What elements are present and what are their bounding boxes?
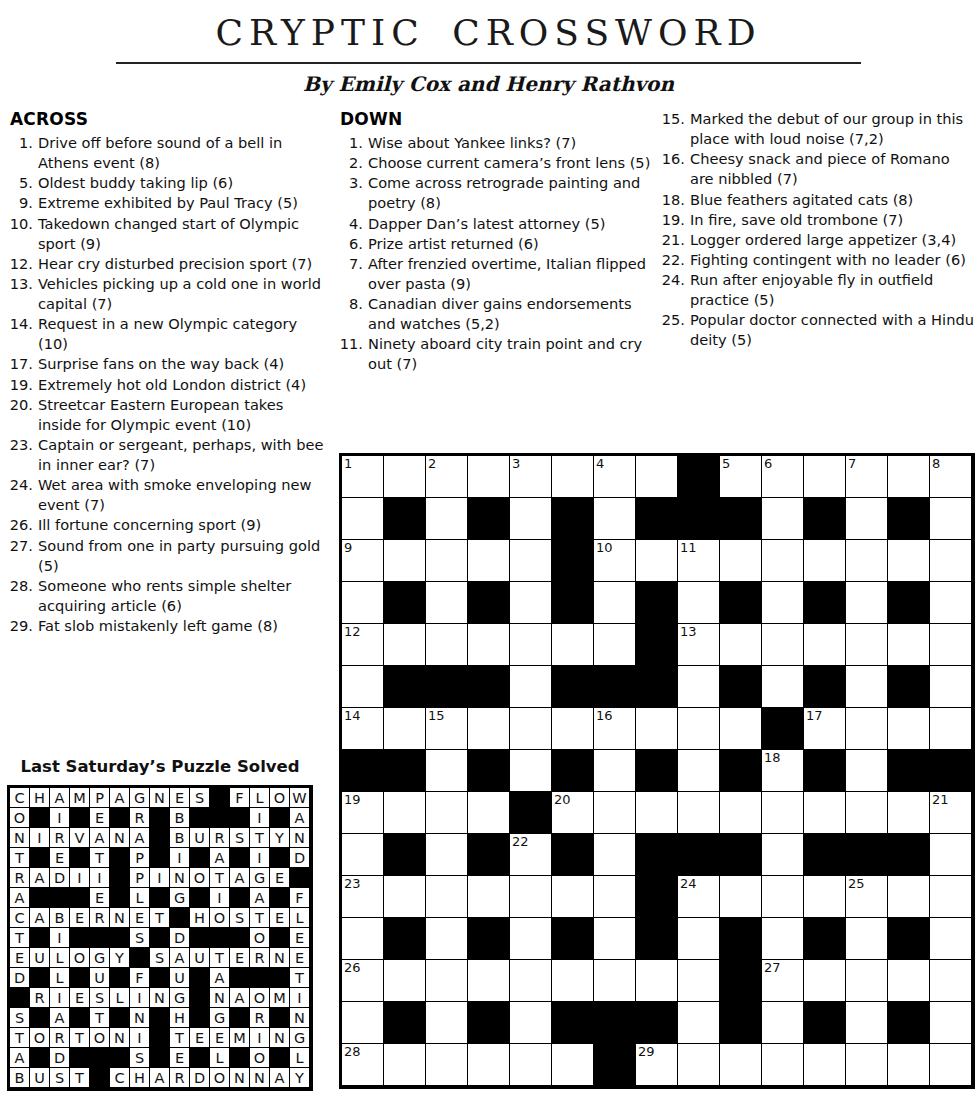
clue-item: 10.Takedown changed start of Olympic spo… <box>8 214 326 254</box>
cell-number: 28 <box>344 1044 361 1059</box>
grid-cell[interactable] <box>720 540 762 582</box>
grid-cell[interactable] <box>384 1044 426 1086</box>
grid-cell: E <box>90 808 110 828</box>
grid-cell[interactable] <box>888 456 930 498</box>
grid-cell[interactable] <box>384 624 426 666</box>
black-cell <box>468 582 510 624</box>
grid-cell[interactable] <box>426 876 468 918</box>
grid-cell: I <box>130 988 150 1008</box>
grid-cell[interactable] <box>762 666 804 708</box>
grid-cell: F <box>130 968 150 988</box>
black-cell <box>636 876 678 918</box>
grid-cell[interactable] <box>804 456 846 498</box>
grid-cell[interactable]: 29 <box>636 1044 678 1086</box>
solution-letter: P <box>95 788 104 808</box>
grid-cell[interactable] <box>804 792 846 834</box>
grid-cell: T <box>90 1008 110 1028</box>
grid-cell[interactable] <box>426 792 468 834</box>
grid-cell[interactable] <box>678 918 720 960</box>
cell-number: 9 <box>344 540 352 555</box>
black-cell <box>384 1002 426 1044</box>
grid-cell[interactable] <box>426 582 468 624</box>
grid-cell[interactable]: 9 <box>342 540 384 582</box>
black-cell <box>270 968 290 988</box>
grid-cell[interactable]: 2 <box>426 456 468 498</box>
grid-cell[interactable] <box>426 1002 468 1044</box>
grid-cell[interactable] <box>846 792 888 834</box>
grid-cell[interactable] <box>342 498 384 540</box>
solution-letter: I <box>157 868 161 888</box>
black-cell <box>762 708 804 750</box>
grid-cell[interactable] <box>594 918 636 960</box>
black-cell <box>270 888 290 908</box>
grid-cell[interactable] <box>846 540 888 582</box>
grid-cell[interactable] <box>384 960 426 1002</box>
grid-cell[interactable]: 3 <box>510 456 552 498</box>
grid-cell[interactable] <box>888 708 930 750</box>
clue-number: 19. <box>8 375 38 395</box>
grid-cell: O <box>90 1028 110 1048</box>
grid-cell[interactable] <box>930 918 972 960</box>
grid-cell[interactable] <box>846 624 888 666</box>
black-cell <box>30 1008 50 1028</box>
grid-cell: S <box>50 1068 70 1088</box>
grid-cell[interactable] <box>426 960 468 1002</box>
solved-section: Last Saturday’s Puzzle Solved CHAMPAGNES… <box>7 757 313 1091</box>
solution-letter: G <box>174 988 185 1008</box>
grid-cell[interactable] <box>426 750 468 792</box>
solution-letter: P <box>135 868 144 888</box>
black-cell <box>130 948 150 968</box>
solution-letter: B <box>15 1068 25 1088</box>
grid-cell[interactable] <box>594 498 636 540</box>
grid-cell: N <box>270 948 290 968</box>
grid-cell[interactable] <box>426 1044 468 1086</box>
grid-cell[interactable] <box>384 792 426 834</box>
grid-cell: S <box>230 828 250 848</box>
grid-cell: C <box>110 1068 130 1088</box>
solution-letter: N <box>114 908 125 928</box>
grid-cell[interactable]: 17 <box>804 708 846 750</box>
grid-cell[interactable] <box>930 666 972 708</box>
grid-cell[interactable] <box>804 1044 846 1086</box>
grid-cell[interactable] <box>720 876 762 918</box>
grid-cell: O <box>250 988 270 1008</box>
grid-cell: I <box>130 1028 150 1048</box>
grid-cell: I <box>150 868 170 888</box>
grid-cell[interactable] <box>510 624 552 666</box>
grid-cell[interactable] <box>846 960 888 1002</box>
grid-cell[interactable]: 28 <box>342 1044 384 1086</box>
clue-number: 21. <box>660 230 690 250</box>
clue-text: Blue feathers agitated cats (8) <box>690 190 977 210</box>
grid-cell[interactable] <box>510 498 552 540</box>
black-cell <box>10 988 30 1008</box>
grid-cell[interactable] <box>846 918 888 960</box>
clue-number: 12. <box>8 254 38 274</box>
grid-cell[interactable] <box>678 666 720 708</box>
grid-cell[interactable] <box>636 456 678 498</box>
grid-cell[interactable] <box>636 540 678 582</box>
black-cell <box>678 498 720 540</box>
solution-letter: I <box>77 868 81 888</box>
grid-cell[interactable] <box>552 876 594 918</box>
solution-letter: O <box>214 908 225 928</box>
solution-letter: T <box>15 928 24 948</box>
grid-cell[interactable] <box>720 708 762 750</box>
grid-cell[interactable]: 10 <box>594 540 636 582</box>
grid-cell: A <box>90 828 110 848</box>
grid-cell[interactable] <box>846 708 888 750</box>
grid-cell: O <box>250 1048 270 1068</box>
grid-cell[interactable] <box>930 708 972 750</box>
grid-cell[interactable] <box>510 918 552 960</box>
grid-cell: L <box>210 1048 230 1068</box>
clue-item: 19.Extremely hot old London district (4) <box>8 375 326 395</box>
clue-number: 24. <box>660 270 690 310</box>
black-cell <box>230 848 250 868</box>
grid-cell[interactable] <box>678 1044 720 1086</box>
solution-letter: T <box>15 848 24 868</box>
clue-item: 17.Surprise fans on the way back (4) <box>8 354 326 374</box>
grid-cell: N <box>110 828 130 848</box>
grid-cell[interactable] <box>762 1044 804 1086</box>
black-cell <box>888 834 930 876</box>
cell-number: 27 <box>764 960 781 975</box>
grid-cell[interactable] <box>846 750 888 792</box>
clue-number: 26. <box>8 515 38 535</box>
grid-cell[interactable] <box>426 540 468 582</box>
cell-number: 20 <box>554 792 571 807</box>
grid-cell[interactable]: 15 <box>426 708 468 750</box>
black-cell <box>70 888 90 908</box>
clue-text: Wise about Yankee links? (7) <box>368 133 652 153</box>
cell-number: 21 <box>932 792 949 807</box>
black-cell <box>846 834 888 876</box>
clue-number: 20. <box>8 395 38 435</box>
grid-cell[interactable]: 24 <box>678 876 720 918</box>
grid-cell[interactable] <box>552 1044 594 1086</box>
grid-cell[interactable] <box>510 960 552 1002</box>
solution-letter: A <box>135 828 145 848</box>
grid-cell[interactable] <box>510 1002 552 1044</box>
grid-cell: I <box>70 868 90 888</box>
grid-cell[interactable] <box>510 1044 552 1086</box>
grid-cell[interactable] <box>426 918 468 960</box>
solution-letter: O <box>94 1028 105 1048</box>
grid-cell: T <box>210 948 230 968</box>
grid-cell[interactable] <box>468 540 510 582</box>
grid-cell[interactable]: 21 <box>930 792 972 834</box>
grid-cell[interactable]: 12 <box>342 624 384 666</box>
solution-letter: A <box>55 1008 65 1028</box>
grid-cell[interactable]: 23 <box>342 876 384 918</box>
grid-cell[interactable] <box>930 876 972 918</box>
grid-cell: S <box>150 948 170 968</box>
grid-cell[interactable] <box>678 750 720 792</box>
black-cell <box>888 582 930 624</box>
grid-cell[interactable] <box>342 918 384 960</box>
grid-cell[interactable] <box>762 876 804 918</box>
grid-cell: D <box>190 1068 210 1088</box>
black-cell <box>552 540 594 582</box>
grid-cell[interactable] <box>762 834 804 876</box>
grid-cell: H <box>30 788 50 808</box>
solution-letter: T <box>95 1008 104 1028</box>
grid-cell[interactable] <box>846 582 888 624</box>
grid-cell[interactable] <box>594 624 636 666</box>
grid-cell[interactable] <box>720 792 762 834</box>
grid-cell[interactable] <box>552 456 594 498</box>
grid-cell[interactable] <box>552 960 594 1002</box>
clue-text: Ill fortune concerning sport (9) <box>38 515 326 535</box>
black-cell <box>270 848 290 868</box>
black-cell <box>636 624 678 666</box>
solution-letter: E <box>75 908 84 928</box>
grid-cell[interactable] <box>594 750 636 792</box>
grid-cell: E <box>170 788 190 808</box>
grid-cell[interactable] <box>552 624 594 666</box>
grid-cell[interactable] <box>594 960 636 1002</box>
grid-cell[interactable] <box>510 666 552 708</box>
grid-cell[interactable]: 16 <box>594 708 636 750</box>
grid-cell[interactable] <box>426 624 468 666</box>
solution-letter: I <box>137 988 141 1008</box>
solution-letter: R <box>254 1008 264 1028</box>
grid-cell: H <box>190 908 210 928</box>
black-cell <box>110 1048 130 1068</box>
grid-cell[interactable] <box>636 960 678 1002</box>
grid-cell[interactable] <box>846 1002 888 1044</box>
down-header: DOWN <box>340 109 652 129</box>
clue-item: 9.Extreme exhibited by Paul Tracy (5) <box>8 193 326 213</box>
grid-cell[interactable]: 20 <box>552 792 594 834</box>
grid-cell[interactable] <box>804 624 846 666</box>
grid-cell[interactable] <box>888 624 930 666</box>
grid-cell[interactable] <box>510 708 552 750</box>
grid-cell[interactable] <box>888 540 930 582</box>
solution-letter: G <box>174 888 185 908</box>
solution-letter: U <box>194 948 205 968</box>
grid-cell: U <box>190 828 210 848</box>
cell-number: 29 <box>638 1044 655 1059</box>
grid-cell[interactable]: 4 <box>594 456 636 498</box>
clue-text: Dapper Dan’s latest attorney (5) <box>368 214 652 234</box>
grid-cell[interactable] <box>342 666 384 708</box>
grid-cell[interactable] <box>384 708 426 750</box>
grid-cell: T <box>10 928 30 948</box>
grid-cell[interactable] <box>930 1044 972 1086</box>
grid-cell[interactable]: 18 <box>762 750 804 792</box>
grid-cell[interactable] <box>426 834 468 876</box>
solution-letter: N <box>114 828 125 848</box>
grid-cell[interactable] <box>594 582 636 624</box>
black-cell <box>150 968 170 988</box>
grid-cell[interactable] <box>762 498 804 540</box>
grid-cell[interactable] <box>846 498 888 540</box>
black-cell <box>552 666 594 708</box>
grid-cell: N <box>110 908 130 928</box>
cell-number: 26 <box>344 960 361 975</box>
grid-cell[interactable] <box>678 1002 720 1044</box>
clue-number: 4. <box>338 214 368 234</box>
clue-item: 25.Popular doctor connected with a Hindu… <box>660 310 977 350</box>
grid-cell[interactable] <box>636 708 678 750</box>
clue-text: Sound from one in party pursuing gold (5… <box>38 536 326 576</box>
grid-cell[interactable] <box>468 624 510 666</box>
grid-cell[interactable] <box>552 708 594 750</box>
grid-cell[interactable] <box>846 1044 888 1086</box>
clue-text: Fighting contingent with no leader (6) <box>690 250 977 270</box>
grid-cell[interactable] <box>930 834 972 876</box>
grid-cell[interactable] <box>762 624 804 666</box>
solution-letter: A <box>15 888 25 908</box>
solution-letter: D <box>54 868 65 888</box>
grid-cell[interactable] <box>678 582 720 624</box>
grid-cell[interactable] <box>804 540 846 582</box>
grid-cell[interactable] <box>510 582 552 624</box>
grid-cell[interactable]: 5 <box>720 456 762 498</box>
black-cell <box>888 666 930 708</box>
grid-cell: I <box>210 888 230 908</box>
grid-cell[interactable] <box>762 792 804 834</box>
solution-letter: T <box>155 908 164 928</box>
grid-cell[interactable]: 25 <box>846 876 888 918</box>
grid-cell[interactable] <box>888 960 930 1002</box>
grid-cell[interactable] <box>930 624 972 666</box>
cell-number: 3 <box>512 456 520 471</box>
grid-cell[interactable]: 19 <box>342 792 384 834</box>
grid-cell[interactable] <box>888 1044 930 1086</box>
grid-cell[interactable] <box>384 540 426 582</box>
grid-cell[interactable]: 27 <box>762 960 804 1002</box>
grid-cell[interactable] <box>888 792 930 834</box>
solution-letter: F <box>135 968 143 988</box>
grid-cell[interactable] <box>762 582 804 624</box>
clue-item: 15.Marked the debut of our group in this… <box>660 109 977 149</box>
black-cell <box>804 918 846 960</box>
grid-cell[interactable] <box>720 1044 762 1086</box>
clue-item: 22.Fighting contingent with no leader (6… <box>660 250 977 270</box>
grid-cell[interactable] <box>762 540 804 582</box>
grid-cell: N <box>290 828 310 848</box>
grid-cell[interactable] <box>468 708 510 750</box>
grid-cell: R <box>10 868 30 888</box>
solution-letter: U <box>34 948 45 968</box>
grid-cell[interactable] <box>510 540 552 582</box>
black-cell <box>150 1028 170 1048</box>
solution-letter: R <box>254 948 264 968</box>
grid-cell[interactable] <box>594 792 636 834</box>
grid-cell[interactable] <box>510 750 552 792</box>
solution-letter: G <box>134 788 145 808</box>
black-cell <box>190 888 210 908</box>
grid-cell[interactable] <box>762 918 804 960</box>
grid-cell[interactable] <box>636 792 678 834</box>
solution-letter: A <box>115 788 125 808</box>
solution-letter: I <box>37 828 41 848</box>
black-cell <box>290 868 310 888</box>
solution-letter: U <box>34 1068 45 1088</box>
clue-item: 26.Ill fortune concerning sport (9) <box>8 515 326 535</box>
grid-cell[interactable] <box>468 456 510 498</box>
grid-cell: S <box>90 988 110 1008</box>
grid-cell: E <box>270 868 290 888</box>
grid-cell[interactable] <box>930 582 972 624</box>
grid-cell[interactable]: 1 <box>342 456 384 498</box>
clue-item: 6.Prize artist returned (6) <box>338 234 652 254</box>
black-cell <box>552 1002 594 1044</box>
grid-cell[interactable] <box>342 1002 384 1044</box>
grid-cell: A <box>250 888 270 908</box>
clue-text: Cheesy snack and piece of Romano are nib… <box>690 149 977 189</box>
grid-cell[interactable] <box>930 540 972 582</box>
grid-cell[interactable] <box>468 876 510 918</box>
grid-cell: R <box>50 1028 70 1048</box>
grid-cell[interactable] <box>888 876 930 918</box>
grid-cell[interactable]: 8 <box>930 456 972 498</box>
grid-cell[interactable] <box>426 498 468 540</box>
grid-cell[interactable]: 26 <box>342 960 384 1002</box>
grid-cell[interactable] <box>804 876 846 918</box>
clue-text: In fire, save old trombone (7) <box>690 210 977 230</box>
grid-cell[interactable] <box>510 876 552 918</box>
grid-cell[interactable] <box>468 792 510 834</box>
grid-cell[interactable] <box>678 960 720 1002</box>
black-cell <box>384 918 426 960</box>
grid-cell[interactable] <box>594 834 636 876</box>
grid-cell: A <box>50 1008 70 1028</box>
grid-cell[interactable] <box>468 960 510 1002</box>
clue-number: 19. <box>660 210 690 230</box>
grid-cell[interactable] <box>594 876 636 918</box>
solution-letter: A <box>35 868 45 888</box>
clue-item: 7.After frenzied overtime, Italian flipp… <box>338 254 652 294</box>
grid-cell[interactable] <box>678 792 720 834</box>
grid-cell[interactable]: 13 <box>678 624 720 666</box>
black-cell <box>720 498 762 540</box>
solution-letter: I <box>217 888 221 908</box>
solution-letter: N <box>134 1008 145 1028</box>
grid-cell[interactable]: 22 <box>510 834 552 876</box>
grid-cell[interactable] <box>342 834 384 876</box>
grid-cell[interactable] <box>762 1002 804 1044</box>
grid-cell[interactable] <box>384 456 426 498</box>
grid-cell[interactable] <box>804 960 846 1002</box>
grid-cell: R <box>250 948 270 968</box>
grid-cell[interactable]: 6 <box>762 456 804 498</box>
grid-cell[interactable] <box>930 960 972 1002</box>
black-cell <box>30 888 50 908</box>
grid-cell[interactable] <box>468 1044 510 1086</box>
grid-cell[interactable]: 11 <box>678 540 720 582</box>
grid-cell[interactable] <box>930 1002 972 1044</box>
grid-cell[interactable] <box>678 708 720 750</box>
grid-cell[interactable] <box>720 624 762 666</box>
grid-cell: U <box>90 968 110 988</box>
solution-letter: A <box>235 988 245 1008</box>
grid-cell[interactable] <box>930 498 972 540</box>
solution-letter: N <box>274 1028 285 1048</box>
clue-number: 1. <box>8 133 38 173</box>
grid-cell[interactable] <box>384 876 426 918</box>
grid-cell[interactable]: 14 <box>342 708 384 750</box>
grid-cell[interactable] <box>846 666 888 708</box>
black-cell <box>230 1048 250 1068</box>
clue-item: 21.Logger ordered large appetizer (3,4) <box>660 230 977 250</box>
grid-cell[interactable] <box>342 582 384 624</box>
grid-cell[interactable]: 7 <box>846 456 888 498</box>
